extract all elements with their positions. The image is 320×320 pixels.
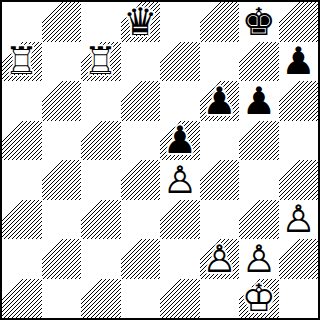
- square-a5[interactable]: [2, 121, 42, 161]
- square-g8[interactable]: ♚: [239, 2, 279, 42]
- square-a4[interactable]: [2, 160, 42, 200]
- square-c6[interactable]: [81, 81, 121, 121]
- black-king[interactable]: ♚: [239, 2, 279, 42]
- white-rook-glyph: ♖: [81, 42, 121, 82]
- square-f7[interactable]: [200, 42, 240, 82]
- black-pawn[interactable]: ♟: [239, 81, 279, 121]
- square-e7[interactable]: [160, 42, 200, 82]
- square-d8[interactable]: ♛: [121, 2, 161, 42]
- square-f1[interactable]: [200, 279, 240, 319]
- square-h3[interactable]: ♟♙: [279, 200, 319, 240]
- black-pawn-glyph: ♟: [160, 121, 200, 161]
- square-e4[interactable]: ♟♙: [160, 160, 200, 200]
- white-pawn-glyph: ♙: [200, 239, 240, 279]
- white-king[interactable]: ♚♔: [239, 279, 279, 319]
- square-c2[interactable]: [81, 239, 121, 279]
- square-d6[interactable]: [121, 81, 161, 121]
- square-a8[interactable]: [2, 2, 42, 42]
- square-e6[interactable]: [160, 81, 200, 121]
- square-g2[interactable]: ♟♙: [239, 239, 279, 279]
- square-a1[interactable]: [2, 279, 42, 319]
- black-pawn[interactable]: ♟: [160, 121, 200, 161]
- white-rook[interactable]: ♜♖: [81, 42, 121, 82]
- square-b8[interactable]: [42, 2, 82, 42]
- square-h8[interactable]: [279, 2, 319, 42]
- square-c1[interactable]: [81, 279, 121, 319]
- square-h1[interactable]: [279, 279, 319, 319]
- square-d5[interactable]: [121, 121, 161, 161]
- black-queen-glyph: ♛: [121, 2, 161, 42]
- chess-board-frame: ♛♚♜♖♜♖♟♟♟♟♟♙♟♙♟♙♟♙♚♔: [0, 0, 320, 320]
- square-b3[interactable]: [42, 200, 82, 240]
- square-e2[interactable]: [160, 239, 200, 279]
- square-g3[interactable]: [239, 200, 279, 240]
- square-e1[interactable]: [160, 279, 200, 319]
- square-b5[interactable]: [42, 121, 82, 161]
- black-pawn[interactable]: ♟: [279, 42, 319, 82]
- square-g1[interactable]: ♚♔: [239, 279, 279, 319]
- chess-board: ♛♚♜♖♜♖♟♟♟♟♟♙♟♙♟♙♟♙♚♔: [2, 2, 318, 318]
- square-e8[interactable]: [160, 2, 200, 42]
- square-c7[interactable]: ♜♖: [81, 42, 121, 82]
- square-c5[interactable]: [81, 121, 121, 161]
- square-g4[interactable]: [239, 160, 279, 200]
- square-d4[interactable]: [121, 160, 161, 200]
- square-c8[interactable]: [81, 2, 121, 42]
- square-b6[interactable]: [42, 81, 82, 121]
- black-queen[interactable]: ♛: [121, 2, 161, 42]
- square-c4[interactable]: [81, 160, 121, 200]
- black-king-glyph: ♚: [239, 2, 279, 42]
- square-h6[interactable]: [279, 81, 319, 121]
- white-rook[interactable]: ♜♖: [2, 42, 42, 82]
- square-f3[interactable]: [200, 200, 240, 240]
- square-h2[interactable]: [279, 239, 319, 279]
- black-pawn[interactable]: ♟: [200, 81, 240, 121]
- white-king-glyph: ♔: [239, 279, 279, 319]
- square-f6[interactable]: ♟: [200, 81, 240, 121]
- square-h7[interactable]: ♟: [279, 42, 319, 82]
- square-d3[interactable]: [121, 200, 161, 240]
- square-d2[interactable]: [121, 239, 161, 279]
- white-pawn[interactable]: ♟♙: [160, 160, 200, 200]
- black-pawn-glyph: ♟: [279, 42, 319, 82]
- square-b1[interactable]: [42, 279, 82, 319]
- square-f2[interactable]: ♟♙: [200, 239, 240, 279]
- black-pawn-glyph: ♟: [239, 81, 279, 121]
- square-a3[interactable]: [2, 200, 42, 240]
- square-g7[interactable]: [239, 42, 279, 82]
- square-d1[interactable]: [121, 279, 161, 319]
- white-pawn[interactable]: ♟♙: [239, 239, 279, 279]
- white-rook-glyph: ♖: [2, 42, 42, 82]
- square-g5[interactable]: [239, 121, 279, 161]
- white-pawn-glyph: ♙: [279, 200, 319, 240]
- white-pawn-glyph: ♙: [160, 160, 200, 200]
- white-pawn[interactable]: ♟♙: [279, 200, 319, 240]
- square-h4[interactable]: [279, 160, 319, 200]
- square-b4[interactable]: [42, 160, 82, 200]
- square-a6[interactable]: [2, 81, 42, 121]
- square-d7[interactable]: [121, 42, 161, 82]
- square-c3[interactable]: [81, 200, 121, 240]
- white-pawn[interactable]: ♟♙: [200, 239, 240, 279]
- square-g6[interactable]: ♟: [239, 81, 279, 121]
- square-a2[interactable]: [2, 239, 42, 279]
- square-f5[interactable]: [200, 121, 240, 161]
- square-e3[interactable]: [160, 200, 200, 240]
- square-e5[interactable]: ♟: [160, 121, 200, 161]
- square-f8[interactable]: [200, 2, 240, 42]
- black-pawn-glyph: ♟: [200, 81, 240, 121]
- square-f4[interactable]: [200, 160, 240, 200]
- square-h5[interactable]: [279, 121, 319, 161]
- white-pawn-glyph: ♙: [239, 239, 279, 279]
- square-b7[interactable]: [42, 42, 82, 82]
- square-b2[interactable]: [42, 239, 82, 279]
- square-a7[interactable]: ♜♖: [2, 42, 42, 82]
